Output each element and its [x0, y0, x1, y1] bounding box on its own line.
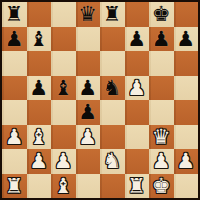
piece-white-pawn: ♟: [127, 76, 146, 101]
square-f5[interactable]: ♟: [125, 76, 150, 101]
square-g3[interactable]: ♛: [149, 125, 174, 150]
square-f8[interactable]: [125, 2, 150, 27]
square-d7[interactable]: [76, 27, 101, 52]
square-h8[interactable]: [174, 2, 199, 27]
piece-white-pawn: ♟: [78, 125, 97, 150]
square-e5[interactable]: ♞: [100, 76, 125, 101]
piece-white-pawn: ♟: [176, 149, 195, 174]
square-b7[interactable]: ♝: [27, 27, 52, 52]
square-f2[interactable]: [125, 149, 150, 174]
square-f7[interactable]: ♟: [125, 27, 150, 52]
square-h4[interactable]: [174, 100, 199, 125]
square-c4[interactable]: [51, 100, 76, 125]
square-e2[interactable]: ♞: [100, 149, 125, 174]
piece-black-pawn: ♟: [78, 100, 97, 125]
square-d4[interactable]: ♟: [76, 100, 101, 125]
chess-board-frame: ♜♛♜♚♟♝♟♟♟♟♝♟♞♟♟♟♝♟♛♟♟♞♟♟♜♝♜♚: [0, 0, 200, 200]
square-a4[interactable]: [2, 100, 27, 125]
square-g6[interactable]: [149, 51, 174, 76]
piece-black-bishop: ♝: [54, 76, 73, 101]
piece-black-pawn: ♟: [127, 27, 146, 52]
square-d2[interactable]: [76, 149, 101, 174]
square-g5[interactable]: [149, 76, 174, 101]
square-f3[interactable]: [125, 125, 150, 150]
square-c3[interactable]: [51, 125, 76, 150]
square-d6[interactable]: [76, 51, 101, 76]
square-a6[interactable]: [2, 51, 27, 76]
square-c1[interactable]: ♝: [51, 174, 76, 199]
square-a3[interactable]: ♟: [2, 125, 27, 150]
square-e1[interactable]: [100, 174, 125, 199]
square-b4[interactable]: [27, 100, 52, 125]
piece-white-pawn: ♟: [152, 149, 171, 174]
square-g1[interactable]: ♚: [149, 174, 174, 199]
piece-black-queen: ♛: [78, 2, 97, 27]
square-e3[interactable]: [100, 125, 125, 150]
square-a1[interactable]: ♜: [2, 174, 27, 199]
square-a7[interactable]: ♟: [2, 27, 27, 52]
piece-white-rook: ♜: [5, 174, 24, 199]
square-d5[interactable]: ♟: [76, 76, 101, 101]
square-e4[interactable]: [100, 100, 125, 125]
square-h3[interactable]: [174, 125, 199, 150]
square-g2[interactable]: ♟: [149, 149, 174, 174]
square-h2[interactable]: ♟: [174, 149, 199, 174]
square-g7[interactable]: ♟: [149, 27, 174, 52]
piece-black-pawn: ♟: [78, 76, 97, 101]
piece-black-pawn: ♟: [152, 27, 171, 52]
square-g8[interactable]: ♚: [149, 2, 174, 27]
piece-black-pawn: ♟: [5, 27, 24, 52]
square-b6[interactable]: [27, 51, 52, 76]
square-e8[interactable]: ♜: [100, 2, 125, 27]
piece-black-king: ♚: [152, 2, 171, 27]
square-d3[interactable]: ♟: [76, 125, 101, 150]
square-c5[interactable]: ♝: [51, 76, 76, 101]
square-h1[interactable]: [174, 174, 199, 199]
square-d8[interactable]: ♛: [76, 2, 101, 27]
piece-white-king: ♚: [152, 174, 171, 199]
piece-black-rook: ♜: [103, 2, 122, 27]
square-a2[interactable]: [2, 149, 27, 174]
piece-white-pawn: ♟: [29, 149, 48, 174]
square-h6[interactable]: [174, 51, 199, 76]
square-f6[interactable]: [125, 51, 150, 76]
square-c8[interactable]: [51, 2, 76, 27]
square-b1[interactable]: [27, 174, 52, 199]
square-e7[interactable]: [100, 27, 125, 52]
square-e6[interactable]: [100, 51, 125, 76]
square-a5[interactable]: [2, 76, 27, 101]
chess-board: ♜♛♜♚♟♝♟♟♟♟♝♟♞♟♟♟♝♟♛♟♟♞♟♟♜♝♜♚: [2, 2, 198, 198]
piece-black-pawn: ♟: [29, 76, 48, 101]
piece-white-pawn: ♟: [5, 125, 24, 150]
square-a8[interactable]: ♜: [2, 2, 27, 27]
square-c7[interactable]: [51, 27, 76, 52]
square-g4[interactable]: [149, 100, 174, 125]
square-h5[interactable]: [174, 76, 199, 101]
piece-black-pawn: ♟: [176, 27, 195, 52]
square-c6[interactable]: [51, 51, 76, 76]
piece-white-queen: ♛: [152, 125, 171, 150]
square-f4[interactable]: [125, 100, 150, 125]
piece-white-bishop: ♝: [29, 125, 48, 150]
square-f1[interactable]: ♜: [125, 174, 150, 199]
square-b3[interactable]: ♝: [27, 125, 52, 150]
square-b5[interactable]: ♟: [27, 76, 52, 101]
square-b2[interactable]: ♟: [27, 149, 52, 174]
piece-black-bishop: ♝: [29, 27, 48, 52]
square-b8[interactable]: [27, 2, 52, 27]
piece-white-knight: ♞: [103, 149, 122, 174]
piece-white-pawn: ♟: [54, 149, 73, 174]
square-h7[interactable]: ♟: [174, 27, 199, 52]
piece-white-rook: ♜: [127, 174, 146, 199]
piece-black-rook: ♜: [5, 2, 24, 27]
piece-white-bishop: ♝: [54, 174, 73, 199]
square-c2[interactable]: ♟: [51, 149, 76, 174]
square-d1[interactable]: [76, 174, 101, 199]
piece-black-knight: ♞: [103, 76, 122, 101]
